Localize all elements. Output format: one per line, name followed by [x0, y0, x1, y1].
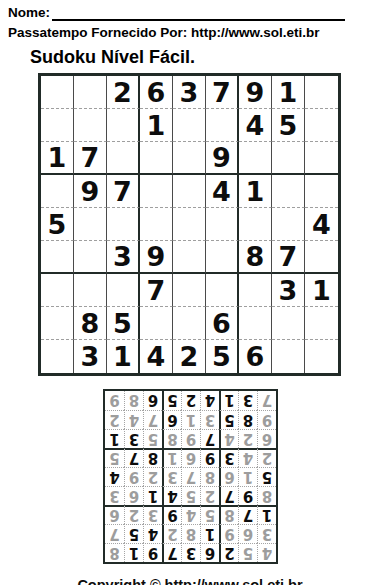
solution-cell-r4c5: 5	[181, 486, 200, 505]
puzzle-cell-r3c5	[173, 142, 206, 175]
solution-cell-r1c9: 8	[105, 543, 124, 562]
solution-cell-r7c1: 6	[257, 429, 276, 448]
sudoku-solution-grid: 4526379183691824571785493268972541635168…	[103, 389, 278, 564]
solution-cell-r6c3: 3	[219, 448, 238, 467]
solution-cell-r6c9: 5	[105, 448, 124, 467]
solution-cell-r6c2: 4	[238, 448, 257, 467]
solution-cell-r3c7: 3	[143, 505, 162, 524]
solution-cell-r1c3: 2	[219, 543, 238, 562]
puzzle-cell-r4c7: 1	[239, 175, 272, 208]
puzzle-cell-r7c5	[173, 274, 206, 307]
puzzle-cell-r9c1	[41, 340, 74, 373]
solution-cell-r7c4: 7	[200, 429, 219, 448]
solution-cell-r1c7: 9	[143, 543, 162, 562]
puzzle-cell-r8c8	[272, 307, 305, 340]
provider-line: Passatempo Fornecido Por: http://www.sol…	[8, 25, 372, 40]
solution-cell-r4c7: 1	[143, 486, 162, 505]
puzzle-cell-r1c7: 9	[239, 76, 272, 109]
solution-cell-r8c6: 6	[162, 410, 181, 429]
puzzle-cell-r5c5	[173, 208, 206, 241]
solution-cell-r7c3: 4	[219, 429, 238, 448]
solution-cell-r2c2: 6	[238, 524, 257, 543]
puzzle-cell-r6c2	[74, 241, 107, 274]
puzzle-cell-r3c8	[272, 142, 305, 175]
puzzle-cell-r5c3	[107, 208, 140, 241]
solution-cell-r9c9: 9	[105, 391, 124, 410]
solution-cell-r9c4: 4	[200, 391, 219, 410]
puzzle-cell-r8c5	[173, 307, 206, 340]
puzzle-cell-r3c9	[305, 142, 338, 175]
name-underline-field	[52, 7, 345, 21]
puzzle-cell-r2c9	[305, 109, 338, 142]
solution-cell-r5c7: 2	[143, 467, 162, 486]
puzzle-cell-r7c8: 3	[272, 274, 305, 307]
page-title: Sudoku Nível Fácil.	[30, 47, 372, 68]
puzzle-cell-r5c2	[74, 208, 107, 241]
sudoku-puzzle-grid: 2637911451799741543987731856314256	[38, 73, 341, 376]
solution-cell-r4c9: 3	[105, 486, 124, 505]
solution-cell-r2c4: 1	[200, 524, 219, 543]
puzzle-cell-r4c6: 4	[206, 175, 239, 208]
puzzle-cell-r6c6	[206, 241, 239, 274]
puzzle-cell-r3c2: 7	[74, 142, 107, 175]
solution-cell-r9c1: 7	[257, 391, 276, 410]
puzzle-cell-r7c2	[74, 274, 107, 307]
puzzle-cell-r5c7	[239, 208, 272, 241]
solution-cell-r4c4: 2	[200, 486, 219, 505]
puzzle-cell-r2c6	[206, 109, 239, 142]
puzzle-cell-r3c1: 1	[41, 142, 74, 175]
solution-cell-r4c6: 4	[162, 486, 181, 505]
solution-cell-r8c2: 8	[238, 410, 257, 429]
solution-cell-r3c3: 8	[219, 505, 238, 524]
solution-cell-r9c3: 1	[219, 391, 238, 410]
solution-cell-r1c1: 4	[257, 543, 276, 562]
puzzle-cell-r1c5: 3	[173, 76, 206, 109]
puzzle-cell-r1c1	[41, 76, 74, 109]
puzzle-cell-r1c6: 7	[206, 76, 239, 109]
puzzle-cell-r2c4: 1	[140, 109, 173, 142]
solution-cell-r3c4: 5	[200, 505, 219, 524]
puzzle-cell-r6c5	[173, 241, 206, 274]
solution-cell-r8c8: 4	[124, 410, 143, 429]
solution-cell-r1c2: 5	[238, 543, 257, 562]
solution-cell-r6c6: 1	[162, 448, 181, 467]
solution-cell-r3c2: 7	[238, 505, 257, 524]
solution-cell-r7c7: 5	[143, 429, 162, 448]
puzzle-cell-r4c3: 7	[107, 175, 140, 208]
solution-cell-r2c7: 4	[143, 524, 162, 543]
puzzle-cell-r7c1	[41, 274, 74, 307]
solution-cell-r7c2: 2	[238, 429, 257, 448]
puzzle-cell-r9c4: 4	[140, 340, 173, 373]
puzzle-cell-r9c8	[272, 340, 305, 373]
solution-cell-r8c1: 9	[257, 410, 276, 429]
solution-cell-r5c5: 7	[181, 467, 200, 486]
puzzle-cell-r8c9	[305, 307, 338, 340]
solution-cell-r4c1: 8	[257, 486, 276, 505]
solution-cell-r8c4: 3	[200, 410, 219, 429]
solution-cell-r5c3: 6	[219, 467, 238, 486]
puzzle-cell-r5c4	[140, 208, 173, 241]
solution-cell-r1c6: 7	[162, 543, 181, 562]
puzzle-cell-r1c8: 1	[272, 76, 305, 109]
solution-cell-r3c6: 9	[162, 505, 181, 524]
solution-cell-r5c9: 4	[105, 467, 124, 486]
solution-cell-r2c5: 8	[181, 524, 200, 543]
solution-cell-r2c1: 3	[257, 524, 276, 543]
puzzle-cell-r5c6	[206, 208, 239, 241]
solution-cell-r7c9: 1	[105, 429, 124, 448]
puzzle-cell-r8c4	[140, 307, 173, 340]
puzzle-cell-r1c2	[74, 76, 107, 109]
solution-cell-r8c7: 7	[143, 410, 162, 429]
solution-cell-r9c7: 6	[143, 391, 162, 410]
solution-cell-r2c6: 2	[162, 524, 181, 543]
solution-cell-r6c1: 2	[257, 448, 276, 467]
solution-cell-r7c5: 9	[181, 429, 200, 448]
puzzle-cell-r1c4: 6	[140, 76, 173, 109]
solution-cell-r1c5: 3	[181, 543, 200, 562]
puzzle-cell-r7c3	[107, 274, 140, 307]
puzzle-cell-r1c3: 2	[107, 76, 140, 109]
puzzle-cell-r7c9: 1	[305, 274, 338, 307]
puzzle-cell-r9c6: 5	[206, 340, 239, 373]
name-label: Nome:	[8, 5, 50, 21]
puzzle-cell-r7c4: 7	[140, 274, 173, 307]
puzzle-cell-r6c1	[41, 241, 74, 274]
puzzle-cell-r5c9: 4	[305, 208, 338, 241]
solution-cell-r5c1: 5	[257, 467, 276, 486]
puzzle-cell-r6c3: 3	[107, 241, 140, 274]
puzzle-cell-r6c9	[305, 241, 338, 274]
solution-cell-r9c8: 8	[124, 391, 143, 410]
solution-cell-r8c3: 5	[219, 410, 238, 429]
solution-cell-r7c6: 8	[162, 429, 181, 448]
puzzle-cell-r8c6: 6	[206, 307, 239, 340]
puzzle-cell-r2c3	[107, 109, 140, 142]
solution-cell-r8c5: 1	[181, 410, 200, 429]
puzzle-cell-r3c6: 9	[206, 142, 239, 175]
puzzle-cell-r5c1: 5	[41, 208, 74, 241]
puzzle-cell-r8c1	[41, 307, 74, 340]
puzzle-cell-r9c5: 2	[173, 340, 206, 373]
puzzle-cell-r7c6	[206, 274, 239, 307]
solution-cell-r2c9: 7	[105, 524, 124, 543]
puzzle-cell-r5c8	[272, 208, 305, 241]
puzzle-cell-r3c4	[140, 142, 173, 175]
sudoku-print-page: Nome: Passatempo Fornecido Por: http://w…	[0, 0, 380, 585]
solution-cell-r9c6: 5	[162, 391, 181, 410]
solution-cell-r1c4: 6	[200, 543, 219, 562]
solution-cell-r7c8: 3	[124, 429, 143, 448]
solution-cell-r4c3: 7	[219, 486, 238, 505]
puzzle-cell-r9c3: 1	[107, 340, 140, 373]
puzzle-cell-r9c9	[305, 340, 338, 373]
solution-cell-r4c8: 6	[124, 486, 143, 505]
puzzle-cell-r4c2: 9	[74, 175, 107, 208]
solution-cell-r3c9: 6	[105, 505, 124, 524]
solution-cell-r5c4: 8	[200, 467, 219, 486]
puzzle-cell-r8c2: 8	[74, 307, 107, 340]
puzzle-cell-r3c7	[239, 142, 272, 175]
puzzle-cell-r4c5	[173, 175, 206, 208]
copyright-line: Copyright © http://www.sol.eti.br	[8, 577, 372, 585]
solution-cell-r2c8: 5	[124, 524, 143, 543]
puzzle-cell-r2c5	[173, 109, 206, 142]
solution-cell-r5c6: 3	[162, 467, 181, 486]
solution-cell-r2c3: 9	[219, 524, 238, 543]
puzzle-cell-r6c8: 7	[272, 241, 305, 274]
solution-cell-r6c4: 9	[200, 448, 219, 467]
solution-cell-r3c1: 1	[257, 505, 276, 524]
solution-cell-r6c7: 8	[143, 448, 162, 467]
puzzle-cell-r2c8: 5	[272, 109, 305, 142]
puzzle-cell-r3c3	[107, 142, 140, 175]
puzzle-cell-r6c4: 9	[140, 241, 173, 274]
solution-cell-r4c2: 9	[238, 486, 257, 505]
puzzle-cell-r8c7	[239, 307, 272, 340]
puzzle-cell-r4c8	[272, 175, 305, 208]
puzzle-cell-r9c2: 3	[74, 340, 107, 373]
puzzle-cell-r2c7: 4	[239, 109, 272, 142]
solution-cell-r5c8: 9	[124, 467, 143, 486]
puzzle-cell-r4c9	[305, 175, 338, 208]
puzzle-cell-r9c7: 6	[239, 340, 272, 373]
solution-cell-r8c9: 2	[105, 410, 124, 429]
solution-cell-r9c2: 3	[238, 391, 257, 410]
solution-cell-r3c8: 2	[124, 505, 143, 524]
puzzle-cell-r7c7	[239, 274, 272, 307]
solution-cell-r6c5: 6	[181, 448, 200, 467]
solution-cell-r5c2: 1	[238, 467, 257, 486]
puzzle-cell-r1c9	[305, 76, 338, 109]
puzzle-cell-r8c3: 5	[107, 307, 140, 340]
puzzle-cell-r4c4	[140, 175, 173, 208]
puzzle-cell-r2c2	[74, 109, 107, 142]
name-line: Nome:	[8, 3, 372, 21]
solution-cell-r3c5: 4	[181, 505, 200, 524]
solution-cell-r6c8: 7	[124, 448, 143, 467]
solution-cell-r1c8: 1	[124, 543, 143, 562]
puzzle-cell-r6c7: 8	[239, 241, 272, 274]
puzzle-cell-r4c1	[41, 175, 74, 208]
solution-cell-r9c5: 2	[181, 391, 200, 410]
puzzle-cell-r2c1	[41, 109, 74, 142]
